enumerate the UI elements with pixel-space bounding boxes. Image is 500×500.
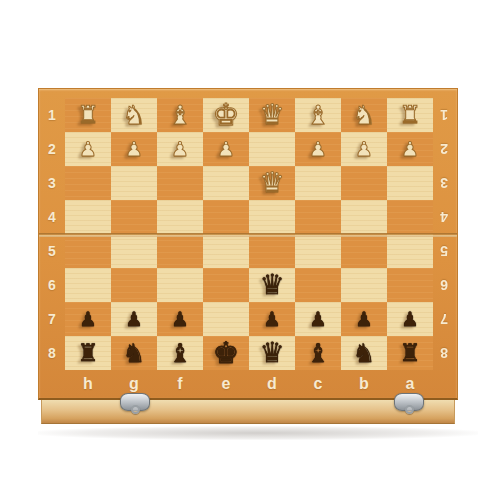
piece-black-q-d8: ♛ [259, 339, 284, 367]
piece-black-p-b7: ♟ [355, 309, 373, 329]
file-label-a: a [387, 369, 433, 398]
file-label-h: h [65, 369, 111, 398]
square-a8[interactable]: ♜ [387, 336, 433, 370]
piece-black-b-c8: ♝ [306, 340, 329, 366]
square-h6[interactable] [65, 268, 111, 302]
piece-white-b-f1: ♝ [168, 102, 191, 128]
square-f2[interactable]: ♟ [157, 132, 203, 166]
piece-white-p-b2: ♟ [355, 139, 373, 159]
square-e6[interactable] [203, 268, 249, 302]
rank-label-right-4: 4 [431, 200, 457, 234]
square-d3[interactable]: ♛ [249, 166, 295, 200]
piece-white-b-c1: ♝ [306, 102, 329, 128]
square-d5[interactable] [249, 234, 295, 268]
rank-label-right-3: 3 [431, 166, 457, 200]
piece-white-p-c2: ♟ [309, 139, 327, 159]
rank-label-right-7: 7 [431, 302, 457, 336]
square-h5[interactable] [65, 234, 111, 268]
square-e8[interactable]: ♚ [203, 336, 249, 370]
square-e2[interactable]: ♟ [203, 132, 249, 166]
piece-white-p-g2: ♟ [125, 139, 143, 159]
square-a1[interactable]: ♜ [387, 98, 433, 132]
square-b5[interactable] [341, 234, 387, 268]
piece-black-p-g7: ♟ [125, 309, 143, 329]
square-b7[interactable]: ♟ [341, 302, 387, 336]
file-labels-bottom: hgfedcba [65, 369, 433, 398]
piece-black-r-a8: ♜ [399, 341, 421, 365]
piece-black-p-h7: ♟ [79, 309, 97, 329]
rank-label-right-5: 5 [431, 234, 457, 268]
square-a3[interactable] [387, 166, 433, 200]
piece-white-p-f2: ♟ [171, 139, 189, 159]
square-b3[interactable] [341, 166, 387, 200]
square-f4[interactable] [157, 200, 203, 234]
square-g5[interactable] [111, 234, 157, 268]
rank-label-right-6: 6 [431, 268, 457, 302]
square-d8[interactable]: ♛ [249, 336, 295, 370]
file-label-d: d [249, 369, 295, 398]
square-e5[interactable] [203, 234, 249, 268]
piece-black-n-b8: ♞ [352, 340, 375, 366]
square-h7[interactable]: ♟ [65, 302, 111, 336]
square-f5[interactable] [157, 234, 203, 268]
square-c1[interactable]: ♝ [295, 98, 341, 132]
box-shadow [38, 426, 478, 440]
board-frame: 12345678 12345678 hgfedcba ♜♞♝♚♛♝♞♜♟♟♟♟♟… [38, 88, 458, 400]
square-c7[interactable]: ♟ [295, 302, 341, 336]
square-f1[interactable]: ♝ [157, 98, 203, 132]
square-h2[interactable]: ♟ [65, 132, 111, 166]
piece-white-n-b1: ♞ [352, 102, 375, 128]
square-f8[interactable]: ♝ [157, 336, 203, 370]
piece-white-r-a1: ♜ [399, 103, 421, 127]
rank-label-right-8: 8 [431, 336, 457, 370]
square-d2[interactable] [249, 132, 295, 166]
square-c8[interactable]: ♝ [295, 336, 341, 370]
square-c5[interactable] [295, 234, 341, 268]
square-h4[interactable] [65, 200, 111, 234]
file-label-e: e [203, 369, 249, 398]
rank-label-left-2: 2 [39, 132, 65, 166]
square-g1[interactable]: ♞ [111, 98, 157, 132]
piece-black-p-f7: ♟ [171, 309, 189, 329]
square-a7[interactable]: ♟ [387, 302, 433, 336]
piece-black-k-e8: ♚ [213, 338, 240, 368]
piece-black-q-d6: ♛ [259, 271, 284, 299]
square-c6[interactable] [295, 268, 341, 302]
file-label-f: f [157, 369, 203, 398]
square-c3[interactable] [295, 166, 341, 200]
square-g3[interactable] [111, 166, 157, 200]
square-b1[interactable]: ♞ [341, 98, 387, 132]
square-g8[interactable]: ♞ [111, 336, 157, 370]
square-f6[interactable] [157, 268, 203, 302]
file-label-g: g [111, 369, 157, 398]
square-d4[interactable] [249, 200, 295, 234]
square-g4[interactable] [111, 200, 157, 234]
piece-black-p-a7: ♟ [401, 309, 419, 329]
square-a4[interactable] [387, 200, 433, 234]
piece-black-n-g8: ♞ [122, 340, 145, 366]
rank-label-left-7: 7 [39, 302, 65, 336]
square-g7[interactable]: ♟ [111, 302, 157, 336]
square-b8[interactable]: ♞ [341, 336, 387, 370]
square-e1[interactable]: ♚ [203, 98, 249, 132]
piece-white-q-d3: ♛ [259, 169, 284, 197]
piece-white-p-h2: ♟ [79, 139, 97, 159]
square-b4[interactable] [341, 200, 387, 234]
chess-board: 12345678 12345678 hgfedcba ♜♞♝♚♛♝♞♜♟♟♟♟♟… [38, 88, 458, 440]
square-e7[interactable] [203, 302, 249, 336]
box-front-edge [41, 400, 455, 424]
square-b6[interactable] [341, 268, 387, 302]
rank-label-left-1: 1 [39, 98, 65, 132]
square-c4[interactable] [295, 200, 341, 234]
piece-white-r-h1: ♜ [77, 103, 99, 127]
square-e3[interactable] [203, 166, 249, 200]
piece-white-k-e1: ♚ [213, 100, 240, 130]
file-label-b: b [341, 369, 387, 398]
rank-label-right-1: 1 [431, 98, 457, 132]
piece-black-b-f8: ♝ [168, 340, 191, 366]
file-label-c: c [295, 369, 341, 398]
piece-black-r-h8: ♜ [77, 341, 99, 365]
product-photo-chess-set: 12345678 12345678 hgfedcba ♜♞♝♚♛♝♞♜♟♟♟♟♟… [0, 0, 500, 500]
square-d6[interactable]: ♛ [249, 268, 295, 302]
square-h3[interactable] [65, 166, 111, 200]
square-f7[interactable]: ♟ [157, 302, 203, 336]
square-f3[interactable] [157, 166, 203, 200]
square-b2[interactable]: ♟ [341, 132, 387, 166]
rank-label-left-6: 6 [39, 268, 65, 302]
square-h8[interactable]: ♜ [65, 336, 111, 370]
piece-black-p-c7: ♟ [309, 309, 327, 329]
square-c2[interactable]: ♟ [295, 132, 341, 166]
square-d7[interactable]: ♟ [249, 302, 295, 336]
piece-white-n-g1: ♞ [122, 102, 145, 128]
square-e4[interactable] [203, 200, 249, 234]
rank-label-right-2: 2 [431, 132, 457, 166]
rank-label-left-3: 3 [39, 166, 65, 200]
rank-label-left-8: 8 [39, 336, 65, 370]
rank-label-left-4: 4 [39, 200, 65, 234]
piece-white-q-d1: ♛ [259, 101, 284, 129]
piece-white-p-e2: ♟ [217, 139, 235, 159]
piece-white-p-a2: ♟ [401, 139, 419, 159]
square-d1[interactable]: ♛ [249, 98, 295, 132]
board-fold-seam [39, 233, 457, 237]
square-h1[interactable]: ♜ [65, 98, 111, 132]
rank-label-left-5: 5 [39, 234, 65, 268]
square-a2[interactable]: ♟ [387, 132, 433, 166]
piece-black-p-d7: ♟ [263, 309, 281, 329]
square-a5[interactable] [387, 234, 433, 268]
square-g2[interactable]: ♟ [111, 132, 157, 166]
square-a6[interactable] [387, 268, 433, 302]
square-g6[interactable] [111, 268, 157, 302]
